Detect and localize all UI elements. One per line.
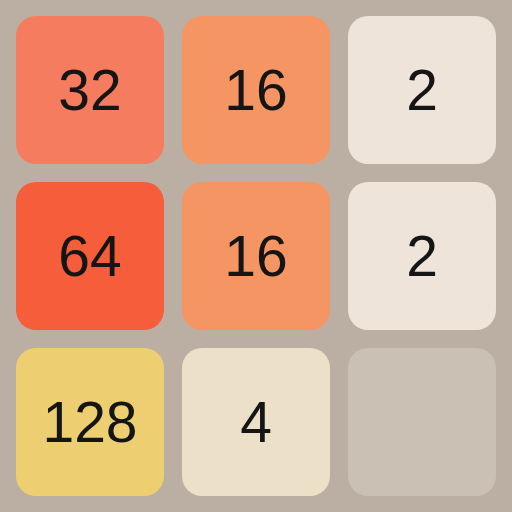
tile-128: 128 (16, 348, 164, 496)
tile-2: 2 (348, 182, 496, 330)
tile-2: 2 (348, 16, 496, 164)
tile-4: 4 (182, 348, 330, 496)
game-screen: 32 16 2 64 16 2 128 4 (0, 0, 512, 512)
board-2048[interactable]: 32 16 2 64 16 2 128 4 (0, 0, 512, 512)
tile-16: 16 (182, 16, 330, 164)
tile-64: 64 (16, 182, 164, 330)
tile-16: 16 (182, 182, 330, 330)
tile-32: 32 (16, 16, 164, 164)
cell-empty (348, 348, 496, 496)
